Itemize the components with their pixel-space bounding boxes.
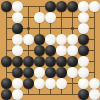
white-stone-r5c6: [56, 45, 67, 56]
black-stone-r1c7: [67, 1, 78, 12]
black-stone-r4c4: [34, 34, 45, 45]
white-stone-r2c8: [78, 12, 89, 23]
black-stone-r3c2: [12, 23, 23, 34]
white-stone-r7c7: [67, 67, 78, 78]
white-stone-r9c2: [12, 89, 23, 100]
black-stone-r8c1: [1, 78, 12, 89]
black-stone-r6c1: [1, 56, 12, 67]
black-stone-r5c5: [45, 45, 56, 56]
black-stone-r5c4: [34, 45, 45, 56]
black-stone-r7c6: [56, 67, 67, 78]
white-stone-r8c2: [12, 78, 23, 89]
black-stone-r6c5: [45, 56, 56, 67]
black-stone-r7c2: [12, 67, 23, 78]
black-stone-r7c5: [45, 67, 56, 78]
go-board[interactable]: [0, 0, 100, 100]
white-stone-r9c9: [89, 89, 100, 100]
hoshi-point: [71, 27, 73, 29]
black-stone-r6c2: [12, 56, 23, 67]
white-stone-r7c8: [78, 67, 89, 78]
white-stone-r8c5: [45, 78, 56, 89]
black-stone-r5c8: [78, 45, 89, 56]
black-stone-r6c7: [67, 56, 78, 67]
white-stone-r5c2: [12, 45, 23, 56]
black-stone-r1c5: [45, 1, 56, 12]
white-stone-r5c7: [67, 45, 78, 56]
black-stone-r4c8: [78, 34, 89, 45]
black-stone-r6c3: [23, 56, 34, 67]
black-stone-r8c3: [23, 78, 34, 89]
white-stone-r1c8: [78, 1, 89, 12]
black-stone-r1c6: [56, 1, 67, 12]
white-stone-r4c2: [12, 34, 23, 45]
white-stone-r4c6: [56, 34, 67, 45]
black-stone-r9c1: [1, 89, 12, 100]
black-stone-r1c1: [1, 1, 12, 12]
white-stone-r8c6: [56, 78, 67, 89]
white-stone-r2c4: [34, 12, 45, 23]
white-stone-r8c4: [34, 78, 45, 89]
white-stone-r2c5: [45, 12, 56, 23]
hoshi-point: [27, 27, 29, 29]
white-stone-r4c5: [45, 34, 56, 45]
white-stone-r2c2: [12, 12, 23, 23]
black-stone-r6c4: [34, 56, 45, 67]
black-stone-r9c8: [78, 89, 89, 100]
white-stone-r1c9: [89, 1, 100, 12]
white-stone-r8c9: [89, 78, 100, 89]
white-stone-r7c4: [34, 67, 45, 78]
white-stone-r1c2: [12, 1, 23, 12]
white-stone-r4c7: [67, 34, 78, 45]
white-stone-r3c8: [78, 23, 89, 34]
black-stone-r6c6: [56, 56, 67, 67]
white-stone-r4c3: [23, 34, 34, 45]
white-stone-r8c8: [78, 78, 89, 89]
black-stone-r7c3: [23, 67, 34, 78]
white-stone-r6c8: [78, 56, 89, 67]
